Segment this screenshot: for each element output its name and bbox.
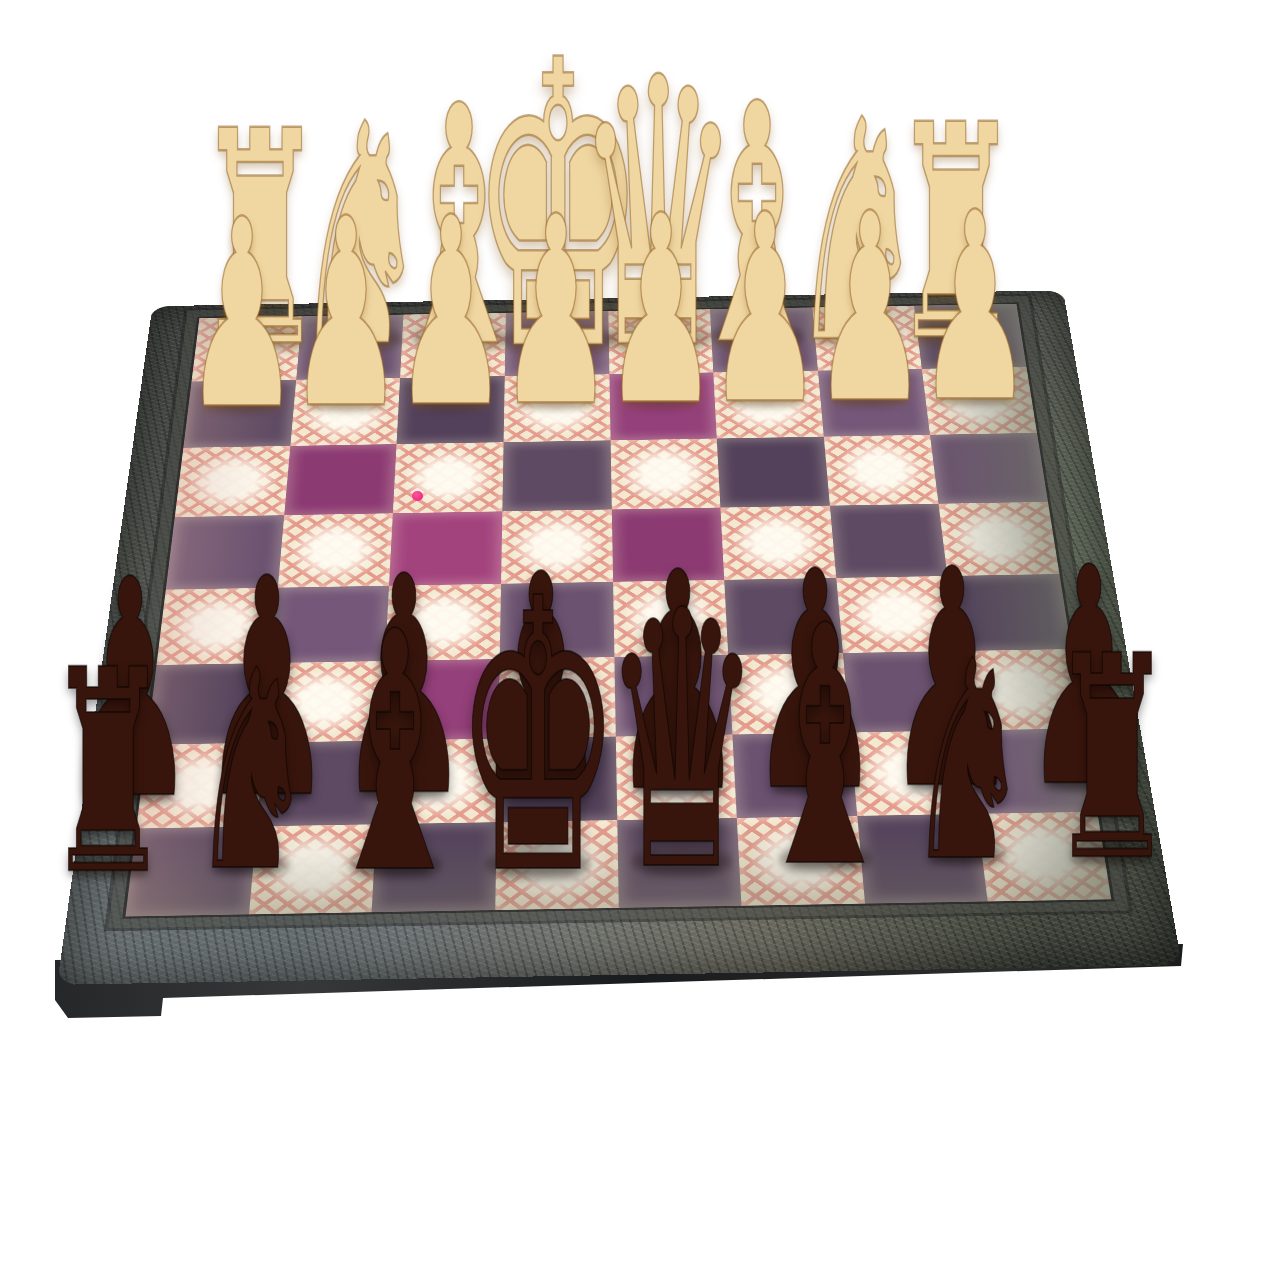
piece-black-king-e8[interactable]: ♚ bbox=[454, 551, 622, 926]
piece-black-knight-g8[interactable]: ♞ bbox=[190, 635, 313, 910]
piece-black-rook-a8[interactable]: ♜ bbox=[1049, 619, 1175, 899]
piece-black-bishop-c8[interactable]: ♝ bbox=[751, 583, 899, 913]
pink-paint-dot bbox=[412, 491, 423, 501]
piece-black-queen-d8[interactable]: ♛ bbox=[602, 565, 761, 920]
piece-white-pawn-c2[interactable]: ♟ bbox=[707, 180, 824, 440]
piece-black-knight-b8[interactable]: ♞ bbox=[907, 625, 1030, 900]
piece-black-rook-h8[interactable]: ♜ bbox=[45, 633, 171, 913]
piece-black-bishop-f8[interactable]: ♝ bbox=[321, 589, 469, 919]
piece-white-pawn-a2[interactable]: ♟ bbox=[917, 178, 1034, 438]
piece-white-pawn-d2[interactable]: ♟ bbox=[602, 181, 719, 441]
piece-white-pawn-b2[interactable]: ♟ bbox=[812, 179, 929, 439]
piece-white-pawn-e2[interactable]: ♟ bbox=[498, 182, 615, 442]
piece-white-pawn-h2[interactable]: ♟ bbox=[183, 185, 300, 445]
piece-white-pawn-g2[interactable]: ♟ bbox=[288, 184, 405, 444]
piece-white-pawn-f2[interactable]: ♟ bbox=[393, 183, 510, 443]
